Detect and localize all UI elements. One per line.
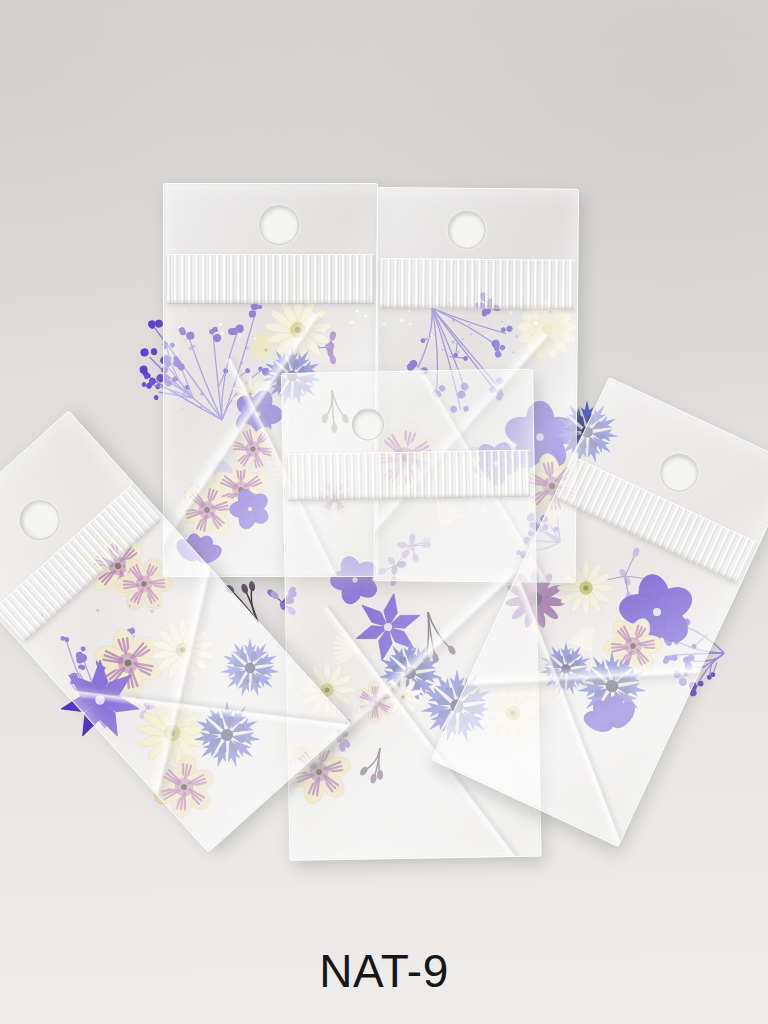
crimp-seal (380, 258, 574, 310)
product-photo: NAT-9 (0, 0, 768, 1024)
hang-hole (259, 205, 299, 245)
plastic-bags-layer (0, 0, 768, 1024)
product-code-label: NAT-9 (0, 948, 768, 994)
crimp-seal (287, 450, 530, 501)
hang-hole (447, 211, 485, 249)
crimp-seal (167, 254, 374, 304)
